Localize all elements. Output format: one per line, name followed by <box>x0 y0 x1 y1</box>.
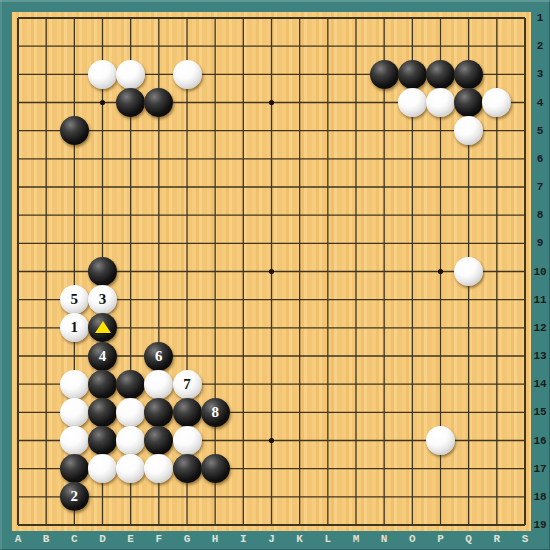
white-stone-E3[interactable] <box>116 60 145 89</box>
white-stone-E16[interactable] <box>116 426 145 455</box>
white-stone-G16[interactable] <box>173 426 202 455</box>
white-stone-G3[interactable] <box>173 60 202 89</box>
white-stone-C12[interactable]: 1 <box>60 313 89 342</box>
col-label-R: R <box>487 533 507 545</box>
col-label-C: C <box>64 533 84 545</box>
row-label-10: 10 <box>530 266 550 278</box>
move-number-8: 8 <box>211 405 219 420</box>
col-label-G: G <box>177 533 197 545</box>
move-number-7: 7 <box>183 377 191 392</box>
row-label-14: 14 <box>530 378 550 390</box>
white-stone-D11[interactable]: 3 <box>88 285 117 314</box>
black-stone-E4[interactable] <box>116 88 145 117</box>
move-number-1: 1 <box>71 320 79 335</box>
black-stone-D10[interactable] <box>88 257 117 286</box>
move-number-3: 3 <box>99 292 107 307</box>
col-label-A: A <box>8 533 28 545</box>
black-stone-D14[interactable] <box>88 370 117 399</box>
white-stone-G14[interactable]: 7 <box>173 370 202 399</box>
col-label-H: H <box>205 533 225 545</box>
white-stone-C15[interactable] <box>60 398 89 427</box>
white-stone-C14[interactable] <box>60 370 89 399</box>
black-stone-C17[interactable] <box>60 454 89 483</box>
white-stone-Q10[interactable] <box>454 257 483 286</box>
white-stone-O4[interactable] <box>398 88 427 117</box>
white-stone-C11[interactable]: 5 <box>60 285 89 314</box>
row-label-2: 2 <box>530 40 550 52</box>
col-label-D: D <box>93 533 113 545</box>
move-number-4: 4 <box>99 349 107 364</box>
black-stone-O3[interactable] <box>398 60 427 89</box>
col-label-Q: Q <box>459 533 479 545</box>
triangle-marker <box>95 321 111 333</box>
black-stone-G17[interactable] <box>173 454 202 483</box>
star-point-D4 <box>100 100 105 105</box>
star-point-J10 <box>269 269 274 274</box>
white-stone-F14[interactable] <box>144 370 173 399</box>
white-stone-P4[interactable] <box>426 88 455 117</box>
row-label-1: 1 <box>530 12 550 24</box>
black-stone-Q3[interactable] <box>454 60 483 89</box>
black-stone-F13[interactable]: 6 <box>144 342 173 371</box>
white-stone-D3[interactable] <box>88 60 117 89</box>
row-label-19: 19 <box>530 519 550 531</box>
move-number-2: 2 <box>71 489 79 504</box>
black-stone-E14[interactable] <box>116 370 145 399</box>
move-number-6: 6 <box>155 349 163 364</box>
black-stone-C18[interactable]: 2 <box>60 482 89 511</box>
col-label-J: J <box>262 533 282 545</box>
black-stone-F15[interactable] <box>144 398 173 427</box>
black-stone-N3[interactable] <box>370 60 399 89</box>
row-label-11: 11 <box>530 294 550 306</box>
row-label-12: 12 <box>530 322 550 334</box>
white-stone-C16[interactable] <box>60 426 89 455</box>
row-label-7: 7 <box>530 181 550 193</box>
white-stone-E15[interactable] <box>116 398 145 427</box>
row-label-3: 3 <box>530 68 550 80</box>
row-label-13: 13 <box>530 350 550 362</box>
black-stone-Q4[interactable] <box>454 88 483 117</box>
col-label-N: N <box>374 533 394 545</box>
black-stone-D16[interactable] <box>88 426 117 455</box>
col-label-L: L <box>318 533 338 545</box>
white-stone-P16[interactable] <box>426 426 455 455</box>
star-point-J16 <box>269 438 274 443</box>
col-label-E: E <box>121 533 141 545</box>
white-stone-D17[interactable] <box>88 454 117 483</box>
col-label-I: I <box>233 533 253 545</box>
col-label-F: F <box>149 533 169 545</box>
black-stone-G15[interactable] <box>173 398 202 427</box>
col-label-M: M <box>346 533 366 545</box>
row-label-8: 8 <box>530 209 550 221</box>
board-frame: ABCDEFGHIJKLMNOPQRS 12345678910111213141… <box>0 0 550 550</box>
black-stone-H17[interactable] <box>201 454 230 483</box>
black-stone-P3[interactable] <box>426 60 455 89</box>
row-label-5: 5 <box>530 125 550 137</box>
black-stone-D15[interactable] <box>88 398 117 427</box>
star-point-P10 <box>438 269 443 274</box>
col-label-K: K <box>290 533 310 545</box>
col-label-P: P <box>431 533 451 545</box>
row-label-16: 16 <box>530 435 550 447</box>
black-stone-C5[interactable] <box>60 116 89 145</box>
move-number-5: 5 <box>71 292 79 307</box>
black-stone-D13[interactable]: 4 <box>88 342 117 371</box>
col-label-B: B <box>36 533 56 545</box>
row-label-9: 9 <box>530 237 550 249</box>
row-label-15: 15 <box>530 406 550 418</box>
row-label-17: 17 <box>530 463 550 475</box>
star-point-J4 <box>269 100 274 105</box>
col-label-O: O <box>402 533 422 545</box>
row-label-6: 6 <box>530 153 550 165</box>
row-label-18: 18 <box>530 491 550 503</box>
col-label-S: S <box>515 533 535 545</box>
row-label-4: 4 <box>530 97 550 109</box>
black-stone-H15[interactable]: 8 <box>201 398 230 427</box>
